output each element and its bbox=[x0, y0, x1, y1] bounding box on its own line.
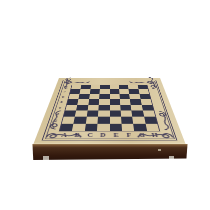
hinge-right-icon bbox=[169, 156, 174, 161]
square-h2 bbox=[144, 117, 157, 124]
square-d1 bbox=[97, 123, 109, 130]
hinge-left-icon bbox=[43, 156, 49, 161]
square-d2 bbox=[98, 117, 110, 124]
square-e1 bbox=[110, 123, 122, 130]
square-e2 bbox=[110, 117, 122, 124]
rank-label-1: 1 bbox=[47, 124, 60, 132]
board-top-surface: ABCDEFGH 87654321 bbox=[33, 78, 186, 145]
file-label-h: H bbox=[148, 132, 163, 139]
latch-icon bbox=[158, 149, 161, 151]
file-labels: ABCDEFGH bbox=[57, 132, 162, 139]
product-photo: ABCDEFGH 87654321 bbox=[0, 0, 210, 210]
file-label-d: D bbox=[96, 132, 109, 139]
file-label-b: B bbox=[70, 132, 84, 139]
file-label-c: C bbox=[83, 132, 97, 139]
square-b2 bbox=[74, 117, 87, 124]
square-c1 bbox=[85, 123, 98, 130]
board-side-panel bbox=[32, 144, 188, 160]
square-f2 bbox=[121, 117, 133, 124]
square-h1 bbox=[145, 123, 159, 130]
file-label-e: E bbox=[110, 132, 123, 139]
square-c2 bbox=[86, 117, 98, 124]
square-b1 bbox=[72, 123, 85, 130]
board-field bbox=[59, 85, 160, 132]
square-f1 bbox=[121, 123, 134, 130]
file-label-f: F bbox=[122, 132, 136, 139]
rank-label-2: 2 bbox=[49, 117, 62, 124]
